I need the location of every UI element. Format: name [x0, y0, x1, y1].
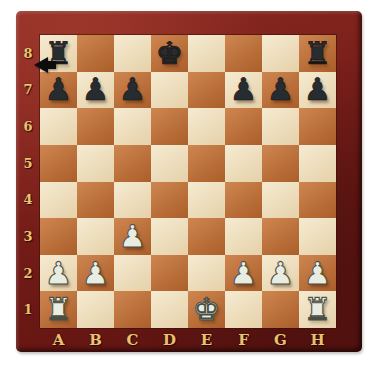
- square-d5[interactable]: [151, 145, 188, 182]
- square-a5[interactable]: [40, 145, 77, 182]
- square-b7[interactable]: ♟: [77, 72, 114, 109]
- black-pawn-f7[interactable]: ♟: [225, 72, 262, 109]
- board-frame: 87654321 ♜♚♜♟♟♟♟♟♟♟♟♟♟♟♟♜♚♜ ABCDEFGH: [16, 11, 362, 352]
- square-f8[interactable]: [225, 35, 262, 72]
- square-e2[interactable]: [188, 255, 225, 292]
- square-h6[interactable]: [299, 108, 336, 145]
- black-pawn-h7[interactable]: ♟: [299, 72, 336, 109]
- square-a1[interactable]: ♜: [40, 291, 77, 328]
- file-label-e: E: [188, 328, 225, 352]
- white-pawn-f2[interactable]: ♟: [225, 255, 262, 292]
- square-b5[interactable]: [77, 145, 114, 182]
- square-a3[interactable]: [40, 218, 77, 255]
- white-rook-a1[interactable]: ♜: [40, 291, 77, 328]
- square-c3[interactable]: ♟: [114, 218, 151, 255]
- square-d8[interactable]: ♚: [151, 35, 188, 72]
- chess-board: ♜♚♜♟♟♟♟♟♟♟♟♟♟♟♟♜♚♜: [40, 35, 336, 328]
- rank-label-3: 3: [16, 218, 40, 255]
- square-h1[interactable]: ♜: [299, 291, 336, 328]
- black-pawn-a7[interactable]: ♟: [40, 72, 77, 109]
- black-pawn-b7[interactable]: ♟: [77, 72, 114, 109]
- file-label-c: C: [114, 328, 151, 352]
- white-pawn-c3[interactable]: ♟: [114, 218, 151, 255]
- white-pawn-a2[interactable]: ♟: [40, 255, 77, 292]
- square-g4[interactable]: [262, 182, 299, 219]
- square-f6[interactable]: [225, 108, 262, 145]
- white-pawn-b2[interactable]: ♟: [77, 255, 114, 292]
- file-labels: ABCDEFGH: [40, 328, 336, 352]
- square-b3[interactable]: [77, 218, 114, 255]
- square-e5[interactable]: [188, 145, 225, 182]
- square-h7[interactable]: ♟: [299, 72, 336, 109]
- file-label-b: B: [77, 328, 114, 352]
- square-b8[interactable]: [77, 35, 114, 72]
- square-g8[interactable]: [262, 35, 299, 72]
- square-f5[interactable]: [225, 145, 262, 182]
- white-rook-h1[interactable]: ♜: [299, 291, 336, 328]
- rank-label-2: 2: [16, 255, 40, 292]
- square-d4[interactable]: [151, 182, 188, 219]
- square-f3[interactable]: [225, 218, 262, 255]
- square-g7[interactable]: ♟: [262, 72, 299, 109]
- square-h8[interactable]: ♜: [299, 35, 336, 72]
- white-king-e1[interactable]: ♚: [188, 291, 225, 328]
- white-pawn-h2[interactable]: ♟: [299, 255, 336, 292]
- square-g3[interactable]: [262, 218, 299, 255]
- file-label-a: A: [40, 328, 77, 352]
- square-h3[interactable]: [299, 218, 336, 255]
- square-b4[interactable]: [77, 182, 114, 219]
- square-g5[interactable]: [262, 145, 299, 182]
- square-b2[interactable]: ♟: [77, 255, 114, 292]
- square-c2[interactable]: [114, 255, 151, 292]
- square-c1[interactable]: [114, 291, 151, 328]
- square-g1[interactable]: [262, 291, 299, 328]
- annotation-arrow-icon: [34, 57, 48, 73]
- square-f7[interactable]: ♟: [225, 72, 262, 109]
- file-label-f: F: [225, 328, 262, 352]
- square-b6[interactable]: [77, 108, 114, 145]
- rank-label-7: 7: [16, 72, 40, 109]
- square-c4[interactable]: [114, 182, 151, 219]
- square-h2[interactable]: ♟: [299, 255, 336, 292]
- square-b1[interactable]: [77, 291, 114, 328]
- square-e4[interactable]: [188, 182, 225, 219]
- square-a7[interactable]: ♟: [40, 72, 77, 109]
- square-a4[interactable]: [40, 182, 77, 219]
- square-a6[interactable]: [40, 108, 77, 145]
- square-f1[interactable]: [225, 291, 262, 328]
- black-king-d8[interactable]: ♚: [151, 35, 188, 72]
- file-label-g: G: [262, 328, 299, 352]
- file-label-d: D: [151, 328, 188, 352]
- square-d2[interactable]: [151, 255, 188, 292]
- square-e1[interactable]: ♚: [188, 291, 225, 328]
- square-d3[interactable]: [151, 218, 188, 255]
- rank-label-4: 4: [16, 182, 40, 219]
- file-label-h: H: [299, 328, 336, 352]
- square-a8[interactable]: ♜: [40, 35, 77, 72]
- black-rook-h8[interactable]: ♜: [299, 35, 336, 72]
- square-e3[interactable]: [188, 218, 225, 255]
- black-pawn-c7[interactable]: ♟: [114, 72, 151, 109]
- square-c7[interactable]: ♟: [114, 72, 151, 109]
- square-h5[interactable]: [299, 145, 336, 182]
- square-e7[interactable]: [188, 72, 225, 109]
- square-d7[interactable]: [151, 72, 188, 109]
- rank-label-6: 6: [16, 108, 40, 145]
- square-d6[interactable]: [151, 108, 188, 145]
- square-e8[interactable]: [188, 35, 225, 72]
- rank-label-1: 1: [16, 291, 40, 328]
- square-e6[interactable]: [188, 108, 225, 145]
- square-g2[interactable]: ♟: [262, 255, 299, 292]
- square-c6[interactable]: [114, 108, 151, 145]
- square-f4[interactable]: [225, 182, 262, 219]
- white-pawn-g2[interactable]: ♟: [262, 255, 299, 292]
- square-h4[interactable]: [299, 182, 336, 219]
- square-c8[interactable]: [114, 35, 151, 72]
- square-c5[interactable]: [114, 145, 151, 182]
- square-a2[interactable]: ♟: [40, 255, 77, 292]
- black-pawn-g7[interactable]: ♟: [262, 72, 299, 109]
- rank-labels: 87654321: [16, 35, 40, 328]
- square-g6[interactable]: [262, 108, 299, 145]
- square-d1[interactable]: [151, 291, 188, 328]
- square-f2[interactable]: ♟: [225, 255, 262, 292]
- rank-label-5: 5: [16, 145, 40, 182]
